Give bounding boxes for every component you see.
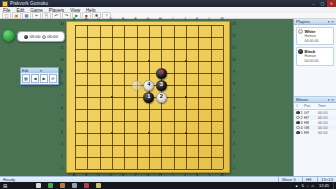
move-time-cell: 00:00	[318, 131, 334, 135]
coord-label-right: 6	[233, 106, 235, 110]
coord-label-left: 9	[61, 70, 63, 74]
move-number-cell: 1	[296, 111, 304, 115]
palette-next-button[interactable]: ▶	[40, 74, 48, 83]
window-title: Piskvork Gomoku	[10, 1, 309, 6]
players-panel-title: Players	[296, 19, 326, 24]
move-row[interactable]: 5H900:00	[294, 130, 336, 135]
grid-line-horizontal	[75, 121, 223, 122]
coord-label-left: 5	[61, 118, 63, 122]
taskbar-app-red-icon[interactable]	[84, 183, 89, 188]
new-board-button[interactable]: ▢	[2, 12, 11, 19]
white-time: 05:00	[47, 34, 57, 39]
minimize-button[interactable]: –	[309, 0, 318, 7]
star-point	[185, 60, 187, 62]
star-point	[111, 132, 113, 134]
move-position-cell: H9	[304, 131, 318, 135]
coord-label-left: 7	[61, 94, 63, 98]
turn-indicator-light	[2, 29, 15, 42]
edit-palette-window: Edit ✕ ▦◀▶⟳	[20, 67, 59, 85]
clock-times: 05:00 05:00	[17, 31, 65, 42]
players-panel: Players ▾ ✕ WhiteHuman00:00:00BlackHuman…	[294, 19, 336, 97]
move-number-cell: 5	[296, 131, 304, 135]
coord-label-right: 8	[233, 82, 235, 86]
coord-label-right: 12	[232, 34, 236, 38]
moves-table-rows: 1G700:002H700:003H800:004G800:005H900:00	[294, 110, 336, 135]
stone-1: 1	[143, 92, 154, 103]
maximize-button[interactable]: ▢	[318, 0, 327, 7]
palette-title: Edit	[22, 69, 40, 73]
coord-label-right: 1	[233, 166, 235, 170]
coord-label-left: 2	[61, 154, 63, 158]
save-button[interactable]: ▦	[22, 12, 31, 19]
star-point	[185, 96, 187, 98]
taskbar-app-yellow-icon[interactable]	[96, 183, 101, 188]
palette-title-bar[interactable]: Edit ✕	[21, 68, 58, 73]
players-close-icon[interactable]: ✕	[331, 20, 334, 24]
start-button[interactable]: ⊞	[0, 182, 10, 189]
coord-label-left: 1	[61, 166, 63, 170]
application-window: Piskvork Gomoku – ▢ ✕ FileEditGamePlayer…	[0, 0, 336, 189]
taskbar-app-green-icon[interactable]	[48, 183, 53, 188]
grid-line-horizontal	[75, 157, 223, 158]
grid-line-horizontal	[75, 109, 223, 110]
palette-grid-button[interactable]: ▦	[22, 74, 30, 83]
close-button[interactable]: ✕	[327, 0, 336, 7]
stone-ghost	[131, 80, 142, 91]
star-point	[185, 132, 187, 134]
redo-button[interactable]: ↷	[62, 12, 71, 19]
move-time-cell: 00:00	[318, 116, 334, 120]
player-card-white[interactable]: WhiteHuman00:00:00	[296, 27, 334, 45]
player-card-black[interactable]: BlackHuman00:00:00	[296, 47, 334, 65]
coord-label-left: 11	[60, 46, 64, 50]
move-row[interactable]: 2H700:00	[294, 115, 336, 120]
coord-label-right: 11	[232, 46, 236, 50]
coord-label-right: 2	[233, 154, 235, 158]
palette-buttons: ▦◀▶⟳	[21, 73, 58, 84]
move-position-cell: G7	[304, 111, 318, 115]
move-position-cell: G8	[304, 126, 318, 130]
stone-2: 2	[156, 92, 167, 103]
game-clock-widget: 05:00 05:00	[2, 29, 64, 43]
black-stone-icon	[296, 121, 300, 125]
star-point	[111, 96, 113, 98]
players-collapse-icon[interactable]: ▾	[328, 20, 330, 24]
system-tray: ▲⇅♪⚠12:45	[295, 183, 331, 188]
coord-label-right: 10	[232, 58, 236, 62]
player-cards: WhiteHuman00:00:00BlackHuman00:00:00	[294, 25, 336, 66]
white-stone-icon	[296, 126, 300, 130]
windows-taskbar: ⊞ ▲⇅♪⚠12:45	[0, 182, 336, 189]
coord-label-left: 3	[61, 142, 63, 146]
moves-column-header: Time	[318, 104, 334, 108]
move-time-cell: 00:00	[318, 121, 334, 125]
star-point	[111, 60, 113, 62]
moves-panel: Moves ▾ ✕ #PosTime 1G700:002H700:003H800…	[294, 97, 336, 176]
white-stone-icon	[298, 29, 303, 34]
coord-label-right: 4	[233, 130, 235, 134]
move-number-cell: 4	[296, 126, 304, 130]
move-number-cell: 3	[296, 121, 304, 125]
tray-icon[interactable]: ⚠	[311, 183, 314, 188]
gomoku-board[interactable]: 12345	[66, 21, 230, 173]
coord-label-left: 13	[60, 22, 64, 26]
white-stone-icon	[42, 35, 46, 39]
palette-prev-button[interactable]: ◀	[31, 74, 39, 83]
stone-5: 5	[156, 68, 167, 79]
coord-label-right: 13	[232, 22, 236, 26]
coord-label-left: 10	[60, 58, 64, 62]
copy-button[interactable]: ⎘	[42, 12, 51, 19]
star-point	[148, 132, 150, 134]
grid-line-vertical	[211, 25, 212, 169]
cut-button[interactable]: ✂	[32, 12, 41, 19]
moves-table-header: #PosTime	[294, 103, 336, 110]
move-row[interactable]: 3H800:00	[294, 120, 336, 125]
taskbar-apps	[36, 183, 101, 188]
stone-4: 4	[143, 80, 154, 91]
move-position-cell: H7	[304, 116, 318, 120]
black-stone-icon	[296, 131, 300, 135]
star-point	[148, 60, 150, 62]
open-button[interactable]: ▣	[12, 12, 21, 19]
tray-icon[interactable]: ♪	[307, 184, 309, 188]
coord-label-right: 7	[233, 94, 235, 98]
moves-panel-title: Moves	[296, 97, 326, 102]
moves-column-header: #	[296, 104, 304, 108]
taskbar-clock[interactable]: 12:45	[319, 183, 329, 188]
coord-label-right: 5	[233, 118, 235, 122]
player-info-line: 00:00:00	[298, 59, 332, 64]
palette-close-icon[interactable]: ✕	[40, 69, 58, 73]
taskbar-app-white-icon[interactable]	[36, 183, 41, 188]
move-time-cell: 00:00	[318, 126, 334, 130]
taskbar-app-gray-icon[interactable]	[72, 183, 77, 188]
white-stone-icon	[296, 116, 300, 120]
move-position-cell: H8	[304, 121, 318, 125]
coord-label-left: 8	[61, 82, 63, 86]
side-panel-column: Players ▾ ✕ WhiteHuman00:00:00BlackHuman…	[293, 19, 336, 176]
grid-line-vertical	[174, 25, 175, 169]
tray-icon[interactable]: ▲	[295, 184, 299, 188]
undo-button[interactable]: ↶	[52, 12, 61, 19]
coord-label-left: 6	[61, 106, 63, 110]
moves-close-icon[interactable]: ✕	[331, 98, 334, 102]
move-number-cell: 2	[296, 116, 304, 120]
black-stone-icon	[296, 111, 300, 115]
grid-line-horizontal	[75, 145, 223, 146]
move-time-cell: 00:00	[318, 111, 334, 115]
grid-line-horizontal	[75, 169, 223, 170]
grid-line-vertical	[198, 25, 199, 169]
stone-3: 3	[156, 80, 167, 91]
move-row[interactable]: 1G700:00	[294, 110, 336, 115]
black-time: 05:00	[30, 34, 40, 39]
coord-label-left: 4	[61, 130, 63, 134]
move-row[interactable]: 4G800:00	[294, 125, 336, 130]
app-icon	[2, 1, 8, 7]
title-bar: Piskvork Gomoku – ▢ ✕	[0, 0, 336, 7]
tray-icon[interactable]: ⇅	[301, 183, 304, 188]
coord-label-right: 9	[233, 70, 235, 74]
black-stone-icon	[24, 35, 28, 39]
grid-line-vertical	[223, 25, 224, 169]
taskbar-app-orange-icon[interactable]	[60, 183, 65, 188]
moves-column-header: Pos	[304, 104, 318, 108]
coord-label-right: 3	[233, 142, 235, 146]
workspace: AABBCCDDEEFFGGHHIIJJKKLLMM13131212111110…	[0, 19, 336, 176]
player-info-line: 00:00:00	[298, 39, 332, 44]
palette-rotate-button[interactable]: ⟳	[49, 74, 57, 83]
moves-collapse-icon[interactable]: ▾	[328, 98, 330, 102]
